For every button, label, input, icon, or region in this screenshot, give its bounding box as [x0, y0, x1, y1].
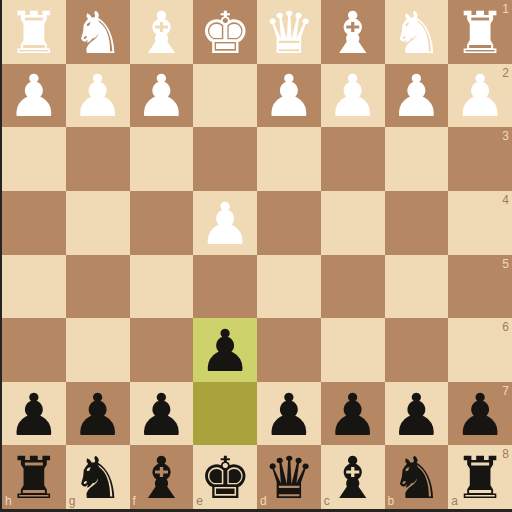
square-a4[interactable]: 4: [448, 191, 512, 255]
square-e3[interactable]: [193, 127, 257, 191]
square-b8[interactable]: ♞b: [385, 445, 449, 509]
square-a3[interactable]: 3: [448, 127, 512, 191]
piece-white-rook[interactable]: ♜: [454, 4, 506, 62]
piece-black-bishop[interactable]: ♝: [327, 449, 379, 507]
piece-black-pawn[interactable]: ♟: [199, 322, 251, 380]
piece-white-bishop[interactable]: ♝: [135, 4, 187, 62]
piece-white-rook[interactable]: ♜: [8, 4, 60, 62]
square-d4[interactable]: [257, 191, 321, 255]
square-d2[interactable]: ♟: [257, 64, 321, 128]
square-b3[interactable]: [385, 127, 449, 191]
piece-black-knight[interactable]: ♞: [390, 449, 442, 507]
square-a5[interactable]: 5: [448, 255, 512, 319]
square-g7[interactable]: ♟: [66, 382, 130, 446]
square-g5[interactable]: [66, 255, 130, 319]
piece-white-king[interactable]: ♚: [199, 4, 251, 62]
square-h5[interactable]: [2, 255, 66, 319]
square-c2[interactable]: ♟: [321, 64, 385, 128]
square-f5[interactable]: [130, 255, 194, 319]
square-e5[interactable]: [193, 255, 257, 319]
square-f6[interactable]: [130, 318, 194, 382]
square-e4[interactable]: ♟: [193, 191, 257, 255]
piece-white-pawn[interactable]: ♟: [8, 67, 60, 125]
square-c5[interactable]: [321, 255, 385, 319]
square-f1[interactable]: ♝: [130, 0, 194, 64]
square-f7[interactable]: ♟: [130, 382, 194, 446]
rank-label-3: 3: [502, 130, 509, 142]
piece-white-pawn[interactable]: ♟: [72, 67, 124, 125]
piece-black-bishop[interactable]: ♝: [135, 449, 187, 507]
square-d8[interactable]: ♛d: [257, 445, 321, 509]
square-c1[interactable]: ♝: [321, 0, 385, 64]
square-h7[interactable]: ♟: [2, 382, 66, 446]
square-c3[interactable]: [321, 127, 385, 191]
piece-black-pawn[interactable]: ♟: [263, 386, 315, 444]
square-b7[interactable]: ♟: [385, 382, 449, 446]
square-f3[interactable]: [130, 127, 194, 191]
square-h8[interactable]: ♜h: [2, 445, 66, 509]
piece-black-queen[interactable]: ♛: [263, 449, 315, 507]
piece-white-bishop[interactable]: ♝: [327, 4, 379, 62]
piece-black-pawn[interactable]: ♟: [454, 386, 506, 444]
square-g4[interactable]: [66, 191, 130, 255]
rank-label-4: 4: [502, 194, 509, 206]
square-g2[interactable]: ♟: [66, 64, 130, 128]
square-d3[interactable]: [257, 127, 321, 191]
rank-label-5: 5: [502, 258, 509, 270]
square-e1[interactable]: ♚: [193, 0, 257, 64]
square-f4[interactable]: [130, 191, 194, 255]
square-g6[interactable]: [66, 318, 130, 382]
square-h6[interactable]: [2, 318, 66, 382]
square-h2[interactable]: ♟: [2, 64, 66, 128]
square-b5[interactable]: [385, 255, 449, 319]
piece-white-pawn[interactable]: ♟: [454, 67, 506, 125]
square-b4[interactable]: [385, 191, 449, 255]
piece-black-pawn[interactable]: ♟: [8, 386, 60, 444]
square-g3[interactable]: [66, 127, 130, 191]
piece-black-pawn[interactable]: ♟: [72, 386, 124, 444]
piece-black-knight[interactable]: ♞: [72, 449, 124, 507]
square-d1[interactable]: ♛: [257, 0, 321, 64]
piece-black-pawn[interactable]: ♟: [390, 386, 442, 444]
square-b6[interactable]: [385, 318, 449, 382]
square-f8[interactable]: ♝f: [130, 445, 194, 509]
square-d5[interactable]: [257, 255, 321, 319]
square-d7[interactable]: ♟: [257, 382, 321, 446]
square-e2[interactable]: [193, 64, 257, 128]
square-b2[interactable]: ♟: [385, 64, 449, 128]
square-d6[interactable]: [257, 318, 321, 382]
square-h1[interactable]: ♜: [2, 0, 66, 64]
square-a2[interactable]: ♟2: [448, 64, 512, 128]
piece-white-knight[interactable]: ♞: [390, 4, 442, 62]
square-h3[interactable]: [2, 127, 66, 191]
square-g8[interactable]: ♞g: [66, 445, 130, 509]
square-a1[interactable]: ♜1: [448, 0, 512, 64]
chess-board[interactable]: ♜♞♝♚♛♝♞♜1♟♟♟♟♟♟♟23♟45♟6♟♟♟♟♟♟♟7♜h♞g♝f♚e♛…: [2, 0, 512, 509]
piece-black-pawn[interactable]: ♟: [327, 386, 379, 444]
board-frame: ♜♞♝♚♛♝♞♜1♟♟♟♟♟♟♟23♟45♟6♟♟♟♟♟♟♟7♜h♞g♝f♚e♛…: [0, 0, 512, 512]
square-c6[interactable]: [321, 318, 385, 382]
square-g1[interactable]: ♞: [66, 0, 130, 64]
piece-white-pawn[interactable]: ♟: [327, 67, 379, 125]
square-a6[interactable]: 6: [448, 318, 512, 382]
square-c4[interactable]: [321, 191, 385, 255]
square-c8[interactable]: ♝c: [321, 445, 385, 509]
piece-white-pawn[interactable]: ♟: [199, 195, 251, 253]
square-f2[interactable]: ♟: [130, 64, 194, 128]
square-e7[interactable]: [193, 382, 257, 446]
piece-black-rook[interactable]: ♜: [8, 449, 60, 507]
piece-black-rook[interactable]: ♜: [454, 449, 506, 507]
square-a7[interactable]: ♟7: [448, 382, 512, 446]
square-c7[interactable]: ♟: [321, 382, 385, 446]
piece-white-queen[interactable]: ♛: [263, 4, 315, 62]
piece-white-pawn[interactable]: ♟: [263, 67, 315, 125]
piece-white-pawn[interactable]: ♟: [135, 67, 187, 125]
piece-black-king[interactable]: ♚: [199, 449, 251, 507]
rank-label-6: 6: [502, 321, 509, 333]
piece-black-pawn[interactable]: ♟: [135, 386, 187, 444]
square-h4[interactable]: [2, 191, 66, 255]
piece-white-pawn[interactable]: ♟: [390, 67, 442, 125]
piece-white-knight[interactable]: ♞: [72, 4, 124, 62]
square-b1[interactable]: ♞: [385, 0, 449, 64]
square-a8[interactable]: ♜8a: [448, 445, 512, 509]
square-e8[interactable]: ♚e: [193, 445, 257, 509]
square-e6[interactable]: ♟: [193, 318, 257, 382]
